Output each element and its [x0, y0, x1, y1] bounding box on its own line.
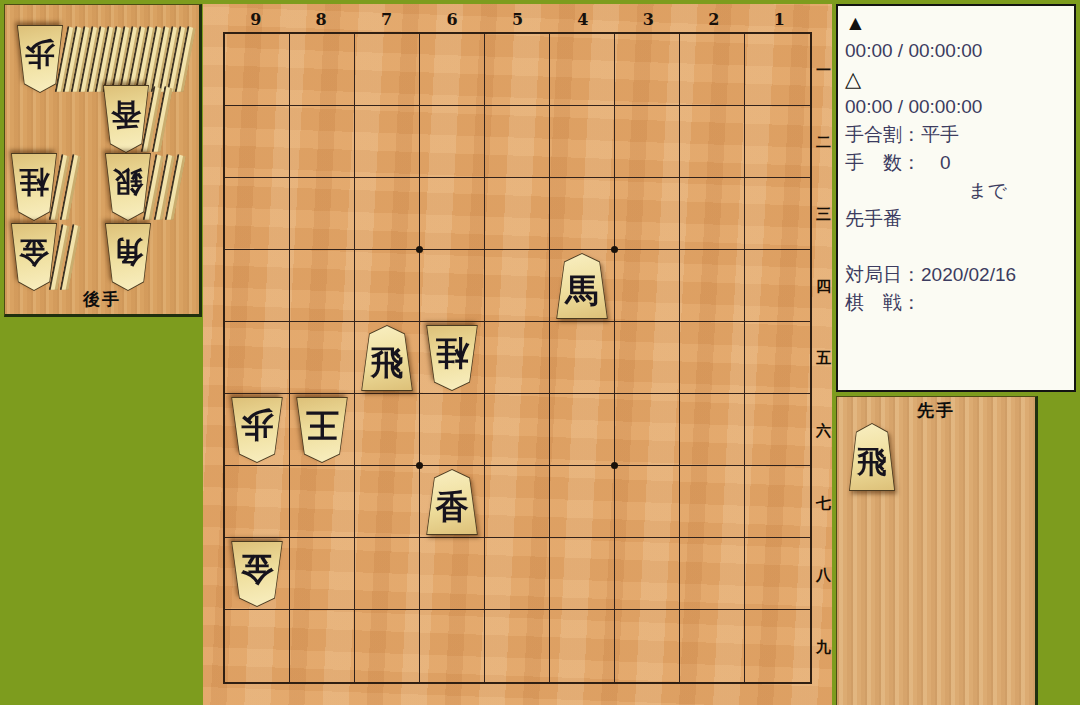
- piece-glyph-kin: 金: [19, 238, 49, 268]
- board-cell-6六[interactable]: [420, 394, 485, 466]
- sente-clock: 00:00 / 00:00:00: [845, 37, 1067, 65]
- board-star-point: [416, 246, 423, 253]
- board-cell-5五[interactable]: [485, 322, 550, 394]
- panel-spacer: [845, 233, 1067, 261]
- file-label-2: 2: [681, 10, 746, 32]
- board-cell-1三[interactable]: [745, 178, 810, 250]
- board-cell-8五[interactable]: [290, 322, 355, 394]
- rank-label-3: 三: [814, 178, 833, 250]
- rank-label-4: 四: [814, 251, 833, 323]
- board-cell-7七[interactable]: [355, 466, 420, 538]
- board-cell-3八[interactable]: [615, 538, 680, 610]
- board-cell-3三[interactable]: [615, 178, 680, 250]
- board-cell-2四[interactable]: [680, 250, 745, 322]
- piece-face: 歩: [230, 398, 284, 462]
- piece-glyph-kyosha: 香: [111, 100, 141, 130]
- board-cell-9九[interactable]: [225, 610, 290, 682]
- piece-glyph-uma: 馬: [566, 274, 599, 307]
- board-cell-4八[interactable]: [550, 538, 615, 610]
- board-star-point: [611, 462, 618, 469]
- sente-piece-hisha[interactable]: 飛: [847, 423, 897, 491]
- board-cell-1二[interactable]: [745, 106, 810, 178]
- sente-turn-marker: ▲: [845, 9, 1067, 37]
- board-cell-5六[interactable]: [485, 394, 550, 466]
- board-cell-7三[interactable]: [355, 178, 420, 250]
- piece-glyph-keima: 桂: [19, 168, 49, 198]
- board-cell-3一[interactable]: [615, 34, 680, 106]
- board-cell-1一[interactable]: [745, 34, 810, 106]
- board-cell-2三[interactable]: [680, 178, 745, 250]
- board-cell-9七[interactable]: [225, 466, 290, 538]
- board-cell-9一[interactable]: [225, 34, 290, 106]
- board-cell-1九[interactable]: [745, 610, 810, 682]
- piece-glyph-ou: 王: [306, 409, 339, 442]
- piece-face: 飛: [360, 326, 414, 390]
- gote-piece-fu[interactable]: 歩: [229, 397, 285, 463]
- shogi-board-grid: 馬飛桂歩王香金: [223, 32, 812, 684]
- board-cell-5三[interactable]: [485, 178, 550, 250]
- sente-hand-tray: 先手 飛: [836, 396, 1038, 705]
- gote-clock: 00:00 / 00:00:00: [845, 93, 1067, 121]
- board-cell-1六[interactable]: [745, 394, 810, 466]
- board-cell-7一[interactable]: [355, 34, 420, 106]
- board-cell-6四[interactable]: [420, 250, 485, 322]
- file-coordinate-labels: 987654321: [223, 10, 812, 32]
- piece-glyph-keima: 桂: [436, 337, 469, 370]
- game-date-line: 対局日：2020/02/16: [845, 261, 1067, 289]
- rank-label-1: 一: [814, 34, 833, 106]
- board-cell-7二[interactable]: [355, 106, 420, 178]
- board-cell-4七[interactable]: [550, 466, 615, 538]
- piece-glyph-kaku: 角: [113, 238, 143, 268]
- board-cell-1五[interactable]: [745, 322, 810, 394]
- board-cell-8七[interactable]: [290, 466, 355, 538]
- gote-piece-kaku[interactable]: 角: [103, 223, 153, 291]
- board-cell-4三[interactable]: [550, 178, 615, 250]
- board-cell-9四[interactable]: [225, 250, 290, 322]
- piece-glyph-kyosha: 香: [436, 490, 469, 523]
- board-cell-8八[interactable]: [290, 538, 355, 610]
- piece-face: 馬: [555, 254, 609, 318]
- piece-face: 王: [295, 398, 349, 462]
- board-cell-2九[interactable]: [680, 610, 745, 682]
- board-star-point: [416, 462, 423, 469]
- board-cell-2七[interactable]: [680, 466, 745, 538]
- sente-piece-uma[interactable]: 馬: [554, 253, 610, 319]
- board-cell-6一[interactable]: [420, 34, 485, 106]
- board-cell-2一[interactable]: [680, 34, 745, 106]
- board-cell-7九[interactable]: [355, 610, 420, 682]
- board-cell-2八[interactable]: [680, 538, 745, 610]
- board-cell-6九[interactable]: [420, 610, 485, 682]
- board-cell-1四[interactable]: [745, 250, 810, 322]
- rank-label-6: 六: [814, 395, 833, 467]
- board-cell-3五[interactable]: [615, 322, 680, 394]
- board-cell-5八[interactable]: [485, 538, 550, 610]
- board-cell-6二[interactable]: [420, 106, 485, 178]
- board-cell-7四[interactable]: [355, 250, 420, 322]
- board-cell-8二[interactable]: [290, 106, 355, 178]
- event-line: 棋 戦：: [845, 289, 1067, 317]
- piece-face: 香: [425, 470, 479, 534]
- board-cell-1八[interactable]: [745, 538, 810, 610]
- sente-piece-kyosha[interactable]: 香: [424, 469, 480, 535]
- board-cell-3九[interactable]: [615, 610, 680, 682]
- file-label-8: 8: [288, 10, 353, 32]
- sente-piece-hisha[interactable]: 飛: [359, 325, 415, 391]
- rank-label-9: 九: [814, 612, 833, 684]
- gote-piece-keima[interactable]: 桂: [424, 325, 480, 391]
- piece-glyph-fu: 歩: [241, 409, 274, 442]
- board-cell-5一[interactable]: [485, 34, 550, 106]
- piece-face: 角: [104, 224, 152, 290]
- file-label-7: 7: [354, 10, 419, 32]
- board-cell-2六[interactable]: [680, 394, 745, 466]
- board-cell-5二[interactable]: [485, 106, 550, 178]
- gote-piece-ou[interactable]: 王: [294, 397, 350, 463]
- piece-face: 金: [230, 542, 284, 606]
- board-cell-5九[interactable]: [485, 610, 550, 682]
- board-cell-8九[interactable]: [290, 610, 355, 682]
- board-cell-4二[interactable]: [550, 106, 615, 178]
- board-cell-5七[interactable]: [485, 466, 550, 538]
- board-cell-8四[interactable]: [290, 250, 355, 322]
- board-cell-2五[interactable]: [680, 322, 745, 394]
- turn-to-move-label: 先手番: [845, 205, 1067, 233]
- piece-glyph-kin: 金: [241, 553, 274, 586]
- gote-hand-tray: 後手 歩香桂銀金角: [4, 4, 202, 317]
- board-cell-4五[interactable]: [550, 322, 615, 394]
- file-label-9: 9: [223, 10, 288, 32]
- file-label-6: 6: [419, 10, 484, 32]
- gote-piece-kin[interactable]: 金: [229, 541, 285, 607]
- board-cell-1七[interactable]: [745, 466, 810, 538]
- board-cell-4一[interactable]: [550, 34, 615, 106]
- rank-label-8: 八: [814, 540, 833, 612]
- rank-coordinate-labels: 一二三四五六七八九: [814, 34, 833, 684]
- board-cell-6八[interactable]: [420, 538, 485, 610]
- piece-face: 桂: [425, 326, 479, 390]
- board-cell-9二[interactable]: [225, 106, 290, 178]
- file-label-1: 1: [747, 10, 812, 32]
- board-cell-8三[interactable]: [290, 178, 355, 250]
- board-cell-9三[interactable]: [225, 178, 290, 250]
- board-star-point: [611, 246, 618, 253]
- game-info-panel: ▲ 00:00 / 00:00:00 △ 00:00 / 00:00:00 手合…: [836, 4, 1076, 392]
- board-cell-7八[interactable]: [355, 538, 420, 610]
- file-label-5: 5: [485, 10, 550, 32]
- piece-glyph-fu: 歩: [25, 40, 55, 70]
- piece-face: 飛: [848, 424, 896, 490]
- sente-tray-label: 先手: [837, 399, 1035, 422]
- board-cell-4六[interactable]: [550, 394, 615, 466]
- gote-turn-marker: △: [845, 65, 1067, 93]
- shogi-app-window: 後手 歩香桂銀金角 987654321 馬飛桂歩王香金 一二三四五六七八九 ▲ …: [0, 0, 1080, 705]
- piece-glyph-hisha: 飛: [857, 447, 887, 477]
- board-cell-3六[interactable]: [615, 394, 680, 466]
- board-cell-2二[interactable]: [680, 106, 745, 178]
- board-cell-3二[interactable]: [615, 106, 680, 178]
- handicap-line: 手合割：平手: [845, 121, 1067, 149]
- board-cell-8一[interactable]: [290, 34, 355, 106]
- board-cell-5四[interactable]: [485, 250, 550, 322]
- file-label-3: 3: [616, 10, 681, 32]
- board-cell-7六[interactable]: [355, 394, 420, 466]
- board-cell-6三[interactable]: [420, 178, 485, 250]
- piece-glyph-gin: 銀: [113, 168, 143, 198]
- board-cell-3四[interactable]: [615, 250, 680, 322]
- board-cell-4九[interactable]: [550, 610, 615, 682]
- move-count-line: 手 数： 0: [845, 149, 1067, 177]
- shogi-board-panel: 987654321 馬飛桂歩王香金 一二三四五六七八九: [203, 4, 832, 705]
- rank-label-5: 五: [814, 323, 833, 395]
- rank-label-7: 七: [814, 467, 833, 539]
- board-cell-9五[interactable]: [225, 322, 290, 394]
- gote-tray-label: 後手: [5, 288, 199, 311]
- piece-glyph-hisha: 飛: [371, 346, 404, 379]
- board-cell-3七[interactable]: [615, 466, 680, 538]
- made-label: まで: [845, 177, 1067, 205]
- rank-label-2: 二: [814, 106, 833, 178]
- file-label-4: 4: [550, 10, 615, 32]
